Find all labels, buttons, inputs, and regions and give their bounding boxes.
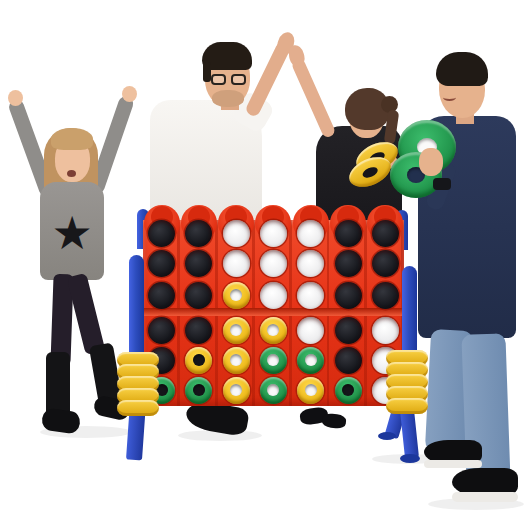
yellow-ring-r4c4 (260, 317, 287, 344)
empty-hole-r2c4 (260, 250, 287, 277)
girl-right-fist (122, 86, 137, 102)
empty-hole-r5c6 (335, 347, 362, 374)
empty-hole-r2c5 (297, 250, 324, 277)
board-grid (143, 220, 404, 406)
empty-hole-r4c1 (148, 317, 175, 344)
girl-open-mouth (67, 170, 76, 177)
man-white-tshirt-sideburn (203, 62, 211, 82)
ring-center-hole (305, 354, 317, 366)
empty-hole-r1c5 (297, 220, 324, 247)
ring-center-hole (267, 384, 279, 396)
green-ring-r5c4 (260, 347, 287, 374)
right-man-hair (436, 52, 488, 86)
empty-hole-r3c1 (148, 282, 175, 309)
spare-yellow-ring (386, 398, 428, 414)
green-ring-r5c5 (297, 347, 324, 374)
sneaker-sole (424, 460, 482, 468)
empty-hole-r4c2 (185, 317, 212, 344)
empty-hole-r2c1 (148, 250, 175, 277)
sneaker-sole (452, 492, 518, 502)
empty-hole-r4c5 (297, 317, 324, 344)
yellow-ring-r3c3 (223, 282, 250, 309)
yellow-ring-r5c2 (185, 347, 212, 374)
girl-right-leg (67, 273, 106, 355)
green-ring-r6c4 (260, 377, 287, 404)
right-spare-ring-stack (386, 350, 428, 414)
empty-hole-r1c6 (335, 220, 362, 247)
wristwatch (433, 178, 451, 190)
ring-center-hole (230, 289, 242, 301)
ring-center-hole (267, 324, 279, 336)
ring-center-hole (267, 354, 279, 366)
girl-left-boot-foot (41, 407, 82, 434)
ring-center-hole (305, 384, 317, 396)
girl-left-fist (8, 90, 23, 106)
empty-hole-r2c3 (223, 250, 250, 277)
yellow-ring-r5c3 (223, 347, 250, 374)
yellow-ring-r6c5 (297, 377, 324, 404)
empty-hole-r3c2 (185, 282, 212, 309)
yellow-ring-r4c3 (223, 317, 250, 344)
woman-raised-arm (290, 57, 336, 139)
empty-hole-r3c5 (297, 282, 324, 309)
empty-hole-r1c1 (148, 220, 175, 247)
right-man-hand (419, 148, 443, 176)
empty-hole-r2c2 (185, 250, 212, 277)
left-spare-ring-stack (117, 352, 159, 416)
empty-hole-r4c6 (335, 317, 362, 344)
ring-center-hole (230, 384, 242, 396)
empty-hole-r3c4 (260, 282, 287, 309)
right-leg-foot (378, 432, 396, 440)
glasses-icon (211, 74, 248, 86)
man-white-tshirt-beard (212, 90, 244, 107)
ring-center-hole (230, 354, 242, 366)
ring-center-hole (193, 384, 205, 396)
green-ring-r6c6 (335, 377, 362, 404)
ring-center-hole (361, 165, 379, 180)
product-photo-scene: ★ (0, 0, 530, 530)
empty-hole-r1c2 (185, 220, 212, 247)
empty-hole-r3c6 (335, 282, 362, 309)
glasses-lens (211, 74, 226, 85)
woman-shoe (321, 413, 346, 429)
yellow-ring-r6c3 (223, 377, 250, 404)
green-ring-r6c2 (185, 377, 212, 404)
connect-four-board (143, 220, 404, 406)
empty-hole-r1c4 (260, 220, 287, 247)
empty-hole-r2c6 (335, 250, 362, 277)
girl-fringe (51, 128, 93, 150)
ring-center-hole (193, 354, 205, 366)
right-leg-foot (400, 454, 420, 463)
spare-yellow-ring (117, 400, 159, 416)
ring-center-hole (230, 324, 242, 336)
star-icon: ★ (46, 210, 98, 256)
man-navy-sweater (380, 0, 530, 530)
glasses-lens (231, 74, 246, 85)
right-man-smile (443, 94, 456, 101)
empty-hole-r1c3 (223, 220, 250, 247)
ring-center-hole (342, 384, 354, 396)
